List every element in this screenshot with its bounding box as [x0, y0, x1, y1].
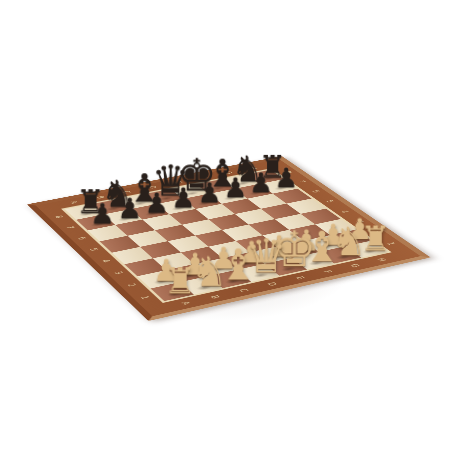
black-pawn-a7[interactable]: ♟: [76, 214, 115, 230]
rank-label-right-5: 5: [322, 198, 338, 204]
rank-label-left-6: 6: [74, 235, 90, 242]
rank-label-right-6: 6: [308, 188, 324, 194]
black-pawn-glyph: ♟: [74, 200, 130, 228]
rank-label-left-4: 4: [98, 257, 114, 264]
rank-label-left-3: 3: [110, 269, 127, 276]
chess-board[interactable]: AABBCCDDEEFFGGHH1122334455667788 ♜♞♝♛♚♝♞…: [27, 156, 431, 321]
piece-layer: ♜♞♝♛♚♝♞♜♟♟♟♟♟♟♟♟♟♟♟♟♟♟♟♟♜♞♝♛♚♝♞♜: [65, 170, 388, 301]
white-rook-glyph: ♜: [150, 263, 211, 299]
white-rook-a1[interactable]: ♜: [151, 282, 194, 301]
photo-canvas: AABBCCDDEEFFGGHH1122334455667788 ♜♞♝♛♚♝♞…: [0, 0, 452, 452]
rank-label-left-5: 5: [85, 246, 101, 253]
file-label-near-A: A: [177, 300, 195, 308]
perspective-scene: AABBCCDDEEFFGGHH1122334455667788 ♜♞♝♛♚♝♞…: [0, 0, 452, 452]
